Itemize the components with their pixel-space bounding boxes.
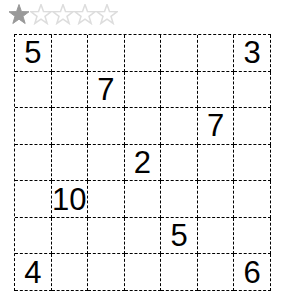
shikaku-puzzle-screen: 5377210546 (0, 0, 286, 304)
cell-r7c7[interactable]: 6 (234, 254, 271, 291)
cell-r7c2[interactable] (52, 254, 89, 291)
star-empty-icon (52, 4, 74, 25)
cell-r1c5[interactable] (161, 35, 198, 72)
cell-r5c4[interactable] (125, 181, 162, 218)
cell-r6c5[interactable]: 5 (161, 218, 198, 255)
clue-value: 7 (97, 74, 114, 105)
cell-r6c1[interactable] (15, 218, 52, 255)
cell-r3c7[interactable] (234, 108, 271, 145)
clue-value: 6 (244, 257, 261, 288)
cell-r4c6[interactable] (198, 145, 235, 182)
cell-r1c1[interactable]: 5 (15, 35, 52, 72)
cell-r7c1[interactable]: 4 (15, 254, 52, 291)
cell-r5c3[interactable] (88, 181, 125, 218)
clue-value: 7 (207, 110, 224, 141)
puzzle-grid: 5377210546 (14, 34, 271, 291)
star-empty-icon (30, 4, 52, 25)
cell-r6c7[interactable] (234, 218, 271, 255)
clue-value: 5 (170, 220, 187, 251)
cell-r7c4[interactable] (125, 254, 162, 291)
cell-r5c7[interactable] (234, 181, 271, 218)
cell-r7c3[interactable] (88, 254, 125, 291)
cell-r3c4[interactable] (125, 108, 162, 145)
cell-r5c6[interactable] (198, 181, 235, 218)
clue-value: 2 (134, 147, 151, 178)
cell-r2c1[interactable] (15, 72, 52, 109)
cell-r4c5[interactable] (161, 145, 198, 182)
star-filled-icon (8, 4, 30, 25)
cell-r7c6[interactable] (198, 254, 235, 291)
clue-value: 5 (24, 37, 41, 68)
cell-r6c2[interactable] (52, 218, 89, 255)
cell-r3c6[interactable]: 7 (198, 108, 235, 145)
cell-r4c4[interactable]: 2 (125, 145, 162, 182)
cell-r4c7[interactable] (234, 145, 271, 182)
star-empty-icon (74, 4, 96, 25)
cell-r6c6[interactable] (198, 218, 235, 255)
cell-r6c4[interactable] (125, 218, 162, 255)
cell-r1c6[interactable] (198, 35, 235, 72)
cell-r2c7[interactable] (234, 72, 271, 109)
cell-r3c5[interactable] (161, 108, 198, 145)
clue-value: 4 (24, 257, 41, 288)
clue-value: 3 (244, 37, 261, 68)
cell-r4c2[interactable] (52, 145, 89, 182)
cell-r4c3[interactable] (88, 145, 125, 182)
cell-r3c2[interactable] (52, 108, 89, 145)
cell-r2c4[interactable] (125, 72, 162, 109)
clue-value: 10 (52, 184, 86, 215)
cell-r2c2[interactable] (52, 72, 89, 109)
cell-r2c5[interactable] (161, 72, 198, 109)
star-empty-icon (96, 4, 118, 25)
cell-r2c3[interactable]: 7 (88, 72, 125, 109)
cell-r1c4[interactable] (125, 35, 162, 72)
cell-r7c5[interactable] (161, 254, 198, 291)
cell-r1c7[interactable]: 3 (234, 35, 271, 72)
cell-r5c1[interactable] (15, 181, 52, 218)
cell-r2c6[interactable] (198, 72, 235, 109)
cell-r5c2[interactable]: 10 (52, 181, 89, 218)
cell-r1c3[interactable] (88, 35, 125, 72)
difficulty-rating (8, 4, 118, 25)
cell-r3c1[interactable] (15, 108, 52, 145)
cell-r4c1[interactable] (15, 145, 52, 182)
cell-r1c2[interactable] (52, 35, 89, 72)
cell-r6c3[interactable] (88, 218, 125, 255)
cell-r3c3[interactable] (88, 108, 125, 145)
cell-r5c5[interactable] (161, 181, 198, 218)
